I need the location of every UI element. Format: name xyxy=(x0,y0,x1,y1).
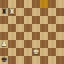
square-f8[interactable] xyxy=(40,0,48,8)
square-a1[interactable]: ♚ xyxy=(0,56,8,64)
chess-board: ♜♜♟♚♚ xyxy=(0,0,64,64)
square-g2[interactable] xyxy=(48,48,56,56)
square-d7[interactable] xyxy=(24,8,32,16)
square-h2[interactable] xyxy=(56,48,64,56)
square-b5[interactable] xyxy=(8,24,16,32)
square-d6[interactable] xyxy=(24,16,32,24)
piece-white-rook[interactable]: ♜ xyxy=(9,8,16,16)
piece-white-pawn[interactable]: ♟ xyxy=(1,40,8,48)
square-h1[interactable] xyxy=(56,56,64,64)
square-f4[interactable] xyxy=(40,32,48,40)
square-c8[interactable] xyxy=(16,0,24,8)
square-h8[interactable] xyxy=(56,0,64,8)
square-b7[interactable]: ♜ xyxy=(8,8,16,16)
square-c6[interactable] xyxy=(16,16,24,24)
square-d4[interactable] xyxy=(24,32,32,40)
square-d1[interactable] xyxy=(24,56,32,64)
square-d3[interactable] xyxy=(24,40,32,48)
square-g3[interactable] xyxy=(48,40,56,48)
square-g8[interactable] xyxy=(48,0,56,8)
square-e8[interactable] xyxy=(32,0,40,8)
square-h7[interactable] xyxy=(56,8,64,16)
square-a6[interactable] xyxy=(0,16,8,24)
square-f2[interactable] xyxy=(40,48,48,56)
square-g1[interactable] xyxy=(48,56,56,64)
piece-white-king[interactable]: ♚ xyxy=(33,48,40,56)
square-g7[interactable] xyxy=(48,8,56,16)
square-b1[interactable] xyxy=(8,56,16,64)
square-e1[interactable] xyxy=(32,56,40,64)
square-d2[interactable] xyxy=(24,48,32,56)
square-b4[interactable] xyxy=(8,32,16,40)
square-f3[interactable] xyxy=(40,40,48,48)
square-h4[interactable] xyxy=(56,32,64,40)
square-h3[interactable] xyxy=(56,40,64,48)
square-e4[interactable] xyxy=(32,32,40,40)
square-g4[interactable] xyxy=(48,32,56,40)
square-g6[interactable] xyxy=(48,16,56,24)
piece-black-rook[interactable]: ♜ xyxy=(1,8,8,16)
square-a3[interactable]: ♟ xyxy=(0,40,8,48)
square-e5[interactable] xyxy=(32,24,40,32)
square-b2[interactable] xyxy=(8,48,16,56)
square-c7[interactable] xyxy=(16,8,24,16)
square-f5[interactable] xyxy=(40,24,48,32)
square-d8[interactable] xyxy=(24,0,32,8)
square-c2[interactable] xyxy=(16,48,24,56)
square-g5[interactable] xyxy=(48,24,56,32)
square-e2[interactable]: ♚ xyxy=(32,48,40,56)
piece-black-king[interactable]: ♚ xyxy=(1,56,8,64)
square-b6[interactable] xyxy=(8,16,16,24)
square-c1[interactable] xyxy=(16,56,24,64)
square-h5[interactable] xyxy=(56,24,64,32)
square-f1[interactable] xyxy=(40,56,48,64)
square-f7[interactable] xyxy=(40,8,48,16)
square-h6[interactable] xyxy=(56,16,64,24)
square-c3[interactable] xyxy=(16,40,24,48)
square-e7[interactable] xyxy=(32,8,40,16)
square-a7[interactable]: ♜ xyxy=(0,8,8,16)
square-e6[interactable] xyxy=(32,16,40,24)
square-f6[interactable] xyxy=(40,16,48,24)
square-b3[interactable] xyxy=(8,40,16,48)
square-c4[interactable] xyxy=(16,32,24,40)
square-c5[interactable] xyxy=(16,24,24,32)
square-d5[interactable] xyxy=(24,24,32,32)
square-a5[interactable] xyxy=(0,24,8,32)
